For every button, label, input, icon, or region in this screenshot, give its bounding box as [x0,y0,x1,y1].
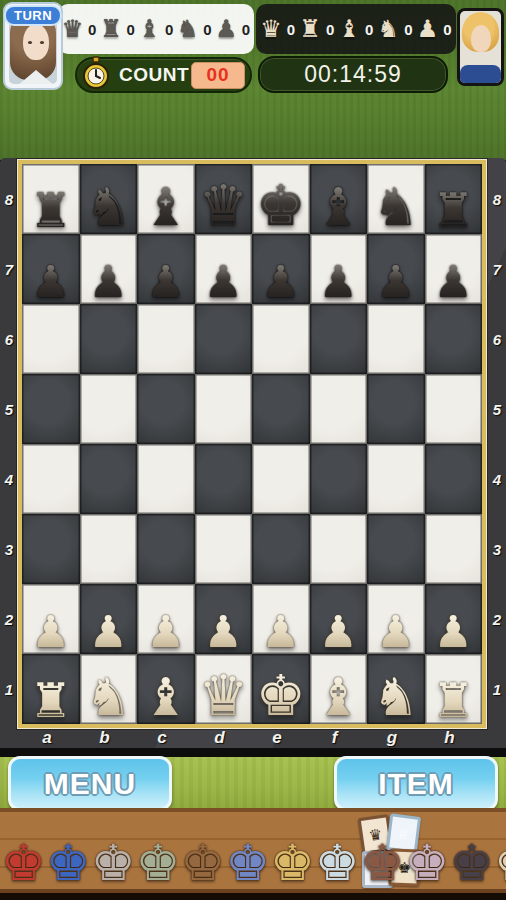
item-shelf: ♚♚♚♚♚♚♚♚♛♕♕♚♚♚♚♚ [0,808,506,895]
captured-black-bishop-icon: ♝ [139,17,161,41]
rank-label-5: 5 [488,401,506,418]
menu-button-label: MENU [44,767,136,801]
square-f3[interactable] [310,514,368,584]
captured-black-bishop-count: 0 [165,21,173,38]
captured-black-queen-icon: ♛ [62,17,84,41]
rank-label-1: 1 [0,681,18,698]
square-f5[interactable] [310,374,368,444]
player-portrait-eye [40,41,44,44]
file-label-g: g [382,728,402,748]
blue-armor-king[interactable]: ♚ [46,840,91,888]
file-label-a: a [37,728,57,748]
opponent-portrait-jacket [460,65,501,83]
ebony-king[interactable]: ♚ [449,840,494,888]
file-label-b: b [95,728,115,748]
square-c6[interactable] [137,304,195,374]
captured-white-pawn-icon: ♟ [417,17,439,41]
rank-label-2: 2 [0,611,18,628]
black-pawn-g7: ♟ [376,262,415,302]
opponent-portrait [460,11,501,83]
captured-white-rook-count: 0 [326,21,334,38]
black-knight-g8: ♞ [372,184,419,232]
board-zone: ♜♞♝♛♚♝♞♜♟♟♟♟♟♟♟♟♟♟♟♟♟♟♟♟♜♞♝♛♚♝♞♜ 8765432… [0,158,506,750]
turn-badge: TURN [4,5,62,26]
square-e7[interactable]: ♟ [252,234,310,304]
square-g7[interactable]: ♟ [367,234,425,304]
rank-label-8: 8 [0,191,18,208]
file-label-f: f [325,728,345,748]
rank-labels-left: 87654321 [0,164,18,724]
captured-black-rook-icon: ♜ [100,17,122,41]
black-pawn-c7: ♟ [146,262,185,302]
square-a2[interactable]: ♟ [22,584,80,654]
square-a7[interactable]: ♟ [22,234,80,304]
square-b7[interactable]: ♟ [80,234,138,304]
count-value-box: 00 [191,62,245,89]
player-portrait-face [23,24,49,60]
white-pawn-e2: ♟ [261,612,300,652]
square-h7[interactable]: ♟ [425,234,483,304]
black-pawn-f7: ♟ [319,262,358,302]
game-timer: 00:14:59 [304,61,402,88]
captured-pieces-tray-player: ♛0♜0♝0♞0♟0 [58,4,254,54]
white-bishop-c1: ♝ [142,674,189,722]
white-pawn-b2: ♟ [89,612,128,652]
captured-pieces-tray-opponent: ♛0♜0♝0♞0♟0 [256,4,456,54]
square-a8[interactable]: ♜ [22,164,80,234]
cat-king-green[interactable]: ♚ [135,840,180,888]
white-pawn-c2: ♟ [146,612,185,652]
square-f7[interactable]: ♟ [310,234,368,304]
square-e6[interactable] [252,304,310,374]
square-a5[interactable] [22,374,80,444]
rank-label-7: 7 [488,261,506,278]
square-b6[interactable] [80,304,138,374]
square-c7[interactable]: ♟ [137,234,195,304]
square-b4[interactable] [80,444,138,514]
white-king-e1: ♚ [256,670,306,722]
black-bishop-c8: ♝ [142,184,189,232]
black-rook-h8: ♜ [432,188,475,232]
walnut-king[interactable]: ♚ [360,840,405,888]
matryoshka-blue-king[interactable]: ♚ [225,840,270,888]
square-h8[interactable]: ♜ [425,164,483,234]
captured-white-knight-count: 0 [404,21,412,38]
file-label-h: h [440,728,460,748]
white-pawn-f2: ♟ [319,612,358,652]
square-e8[interactable]: ♚ [252,164,310,234]
rank-label-2: 2 [488,611,506,628]
black-pawn-d7: ♟ [204,262,243,302]
screen-bottom-edge [0,893,506,900]
file-label-e: e [267,728,287,748]
square-f6[interactable] [310,304,368,374]
rank-label-5: 5 [0,401,18,418]
item-button-label: ITEM [378,767,454,801]
white-bishop-f1: ♝ [315,674,362,722]
square-h3[interactable] [425,514,483,584]
count-value: 00 [206,64,229,86]
square-a4[interactable] [22,444,80,514]
file-labels: abcdefgh [18,728,486,750]
rank-label-3: 3 [488,541,506,558]
rank-label-7: 7 [0,261,18,278]
board-grid: ♜♞♝♛♚♝♞♜♟♟♟♟♟♟♟♟♟♟♟♟♟♟♟♟♜♞♝♛♚♝♞♜ [22,164,482,724]
captured-white-bishop-count: 0 [365,21,373,38]
square-h5[interactable] [425,374,483,444]
rank-label-1: 1 [488,681,506,698]
black-rook-a8: ♜ [29,188,72,232]
black-pawn-h7: ♟ [434,262,473,302]
square-h2[interactable]: ♟ [425,584,483,654]
rank-label-6: 6 [0,331,18,348]
gold-king[interactable]: ♚ [270,840,315,888]
count-label: COUNT [119,64,189,86]
captured-white-rook-icon: ♜ [299,17,321,41]
square-f4[interactable] [310,444,368,514]
rose-king[interactable]: ♚ [404,840,449,888]
black-pawn-a7: ♟ [31,262,70,302]
matryoshka-brown-king[interactable]: ♚ [180,840,225,888]
menu-button[interactable]: MENU [8,756,172,811]
rank-labels-right: 87654321 [488,164,506,724]
square-b5[interactable] [80,374,138,444]
square-h4[interactable] [425,444,483,514]
black-knight-b8: ♞ [85,184,132,232]
square-e4[interactable] [252,444,310,514]
captured-white-pawn-count: 0 [443,21,451,38]
black-bishop-f8: ♝ [315,184,362,232]
square-g5[interactable] [367,374,425,444]
white-pawn-a2: ♟ [31,612,70,652]
square-c3[interactable] [137,514,195,584]
rank-label-8: 8 [488,191,506,208]
file-label-c: c [152,728,172,748]
square-d1[interactable]: ♛ [195,654,253,724]
move-count-panel: COUNT 00 [75,57,252,93]
square-d7[interactable]: ♟ [195,234,253,304]
rank-label-6: 6 [488,331,506,348]
white-pawn-g2: ♟ [376,612,415,652]
white-queen-d1: ♛ [198,670,248,722]
captured-black-rook-count: 0 [127,21,135,38]
square-g2[interactable]: ♟ [367,584,425,654]
square-c5[interactable] [137,374,195,444]
white-knight-b1: ♞ [85,674,132,722]
square-g1[interactable]: ♞ [367,654,425,724]
square-f1[interactable]: ♝ [310,654,368,724]
square-c2[interactable]: ♟ [137,584,195,654]
square-c1[interactable]: ♝ [137,654,195,724]
square-d3[interactable] [195,514,253,584]
captured-black-pawn-icon: ♟ [215,17,237,41]
square-b8[interactable]: ♞ [80,164,138,234]
ivory-king[interactable]: ♚ [494,840,506,888]
red-armor-king[interactable]: ♚ [1,840,46,888]
cat-king-red[interactable]: ♚ [91,840,136,888]
square-e3[interactable] [252,514,310,584]
square-g8[interactable]: ♞ [367,164,425,234]
rank-label-4: 4 [0,471,18,488]
square-d2[interactable]: ♟ [195,584,253,654]
white-pawn-d2: ♟ [204,612,243,652]
white-knight-g1: ♞ [372,674,419,722]
square-h6[interactable] [425,304,483,374]
captured-white-knight-icon: ♞ [378,17,400,41]
square-d8[interactable]: ♛ [195,164,253,234]
square-b3[interactable] [80,514,138,584]
black-pawn-e7: ♟ [261,262,300,302]
black-king-e8: ♚ [256,180,306,232]
square-c4[interactable] [137,444,195,514]
square-b2[interactable]: ♟ [80,584,138,654]
chess-game-screen: TURN ♛0♜0♝0♞0♟0 ♛0♜0♝0♞0♟0 COUNT 00 00:1… [0,0,506,900]
captured-white-bishop-icon: ♝ [338,17,360,41]
square-d4[interactable] [195,444,253,514]
opponent-avatar [457,8,504,86]
captured-white-queen-icon: ♛ [260,17,282,41]
player-avatar: TURN [3,2,63,90]
captured-black-knight-icon: ♞ [177,17,199,41]
file-label-d: d [210,728,230,748]
square-g4[interactable] [367,444,425,514]
square-e2[interactable]: ♟ [252,584,310,654]
square-f2[interactable]: ♟ [310,584,368,654]
clock-icon [81,55,111,91]
rank-label-3: 3 [0,541,18,558]
square-g6[interactable] [367,304,425,374]
square-f8[interactable]: ♝ [310,164,368,234]
glass-king[interactable]: ♚ [315,840,360,888]
game-timer-panel: 00:14:59 [258,56,448,93]
white-rook-h1: ♜ [432,678,475,722]
item-button[interactable]: ITEM [334,756,498,811]
square-h1[interactable]: ♜ [425,654,483,724]
square-a3[interactable] [22,514,80,584]
black-queen-d8: ♛ [198,180,248,232]
square-b1[interactable]: ♞ [80,654,138,724]
opponent-portrait-face [471,25,491,52]
square-a6[interactable] [22,304,80,374]
captured-black-knight-count: 0 [203,21,211,38]
square-c8[interactable]: ♝ [137,164,195,234]
square-d6[interactable] [195,304,253,374]
square-d5[interactable] [195,374,253,444]
captured-black-queen-count: 0 [88,21,96,38]
black-pawn-b7: ♟ [89,262,128,302]
square-g3[interactable] [367,514,425,584]
captured-white-queen-count: 0 [287,21,295,38]
square-a1[interactable]: ♜ [22,654,80,724]
rank-label-4: 4 [488,471,506,488]
white-rook-a1: ♜ [29,678,72,722]
square-e1[interactable]: ♚ [252,654,310,724]
player-portrait-eye [28,41,32,44]
white-pawn-h2: ♟ [434,612,473,652]
square-e5[interactable] [252,374,310,444]
chess-board: ♜♞♝♛♚♝♞♜♟♟♟♟♟♟♟♟♟♟♟♟♟♟♟♟♜♞♝♛♚♝♞♜ [18,160,486,728]
captured-black-pawn-count: 0 [242,21,250,38]
